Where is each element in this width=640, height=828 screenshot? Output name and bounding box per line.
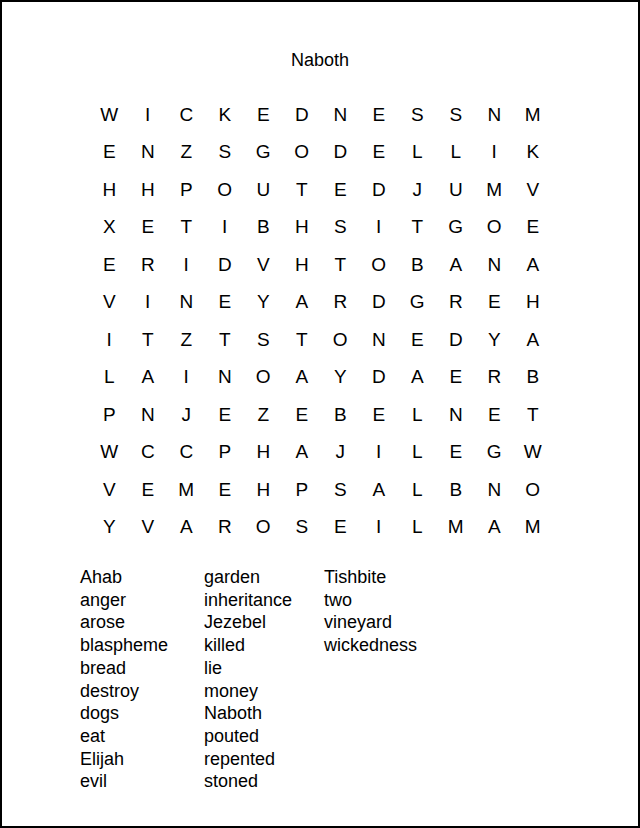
grid-cell-r11c9: L (398, 471, 437, 509)
grid-cell-r9c8: E (360, 396, 399, 434)
grid-cell-r3c1: H (90, 171, 129, 209)
grid-cell-r9c12: T (514, 396, 553, 434)
grid-cell-r1c12: M (514, 96, 553, 134)
grid-cell-r1c4: K (206, 96, 245, 134)
grid-cell-r8c6: A (283, 359, 322, 397)
grid-cell-r3c8: D (360, 171, 399, 209)
word-item: Naboth (204, 702, 292, 725)
word-item: dogs (80, 702, 168, 725)
word-item: killed (204, 634, 292, 657)
grid-cell-r5c8: O (360, 246, 399, 284)
grid-cell-r3c2: H (129, 171, 168, 209)
grid-cell-r9c2: N (129, 396, 168, 434)
grid-cell-r10c4: P (206, 434, 245, 472)
grid-cell-r8c7: Y (321, 359, 360, 397)
grid-cell-r7c10: D (437, 321, 476, 359)
grid-cell-r4c1: X (90, 209, 129, 247)
grid-cell-r6c12: H (514, 284, 553, 322)
grid-cell-r8c10: E (437, 359, 476, 397)
word-item: destroy (80, 680, 168, 703)
grid-cell-r2c9: L (398, 134, 437, 172)
grid-cell-r12c8: I (360, 509, 399, 547)
word-item: Jezebel (204, 611, 292, 634)
grid-cell-r6c9: G (398, 284, 437, 322)
grid-cell-r7c6: T (283, 321, 322, 359)
grid-cell-r8c4: N (206, 359, 245, 397)
word-column-2: gardeninheritanceJezebelkilledliemoneyNa… (204, 566, 292, 793)
grid-cell-r4c10: G (437, 209, 476, 247)
grid-cell-r6c4: E (206, 284, 245, 322)
grid-cell-r8c1: L (90, 359, 129, 397)
word-item: evil (80, 770, 168, 793)
grid-cell-r7c12: A (514, 321, 553, 359)
grid-cell-r10c2: C (129, 434, 168, 472)
grid-cell-r2c6: O (283, 134, 322, 172)
word-item: two (324, 589, 417, 612)
grid-cell-r1c5: E (244, 96, 283, 134)
grid-cell-r9c4: E (206, 396, 245, 434)
grid-cell-r12c11: A (475, 509, 514, 547)
grid-cell-r5c7: T (321, 246, 360, 284)
grid-cell-r4c12: E (514, 209, 553, 247)
grid-cell-r12c3: A (167, 509, 206, 547)
grid-cell-r9c11: E (475, 396, 514, 434)
grid-cell-r1c6: D (283, 96, 322, 134)
word-column-3: Tishbitetwovineyardwickedness (324, 566, 417, 657)
grid-cell-r10c7: J (321, 434, 360, 472)
grid-cell-r6c6: A (283, 284, 322, 322)
grid-cell-r2c3: Z (167, 134, 206, 172)
puzzle-title: Naboth (2, 50, 638, 71)
grid-cell-r5c4: D (206, 246, 245, 284)
grid-cell-r2c1: E (90, 134, 129, 172)
grid-cell-r11c3: M (167, 471, 206, 509)
grid-cell-r7c1: I (90, 321, 129, 359)
word-column-1: Ahabangeraroseblasphemebreaddestroydogse… (80, 566, 168, 793)
grid-cell-r6c2: I (129, 284, 168, 322)
grid-cell-r4c5: B (244, 209, 283, 247)
grid-cell-r12c12: M (514, 509, 553, 547)
puzzle-page: Naboth WICKEDNESSNMENZSGODELLIKHHPOUTEDJ… (0, 0, 640, 828)
grid-cell-r2c10: L (437, 134, 476, 172)
grid-cell-r3c7: E (321, 171, 360, 209)
grid-cell-r7c3: Z (167, 321, 206, 359)
grid-cell-r12c6: S (283, 509, 322, 547)
grid-cell-r5c3: I (167, 246, 206, 284)
grid-cell-r2c7: D (321, 134, 360, 172)
word-item: Tishbite (324, 566, 417, 589)
grid-cell-r5c9: B (398, 246, 437, 284)
grid-cell-r9c5: Z (244, 396, 283, 434)
grid-cell-r5c5: V (244, 246, 283, 284)
grid-cell-r9c10: N (437, 396, 476, 434)
grid-cell-r1c11: N (475, 96, 514, 134)
grid-cell-r12c9: L (398, 509, 437, 547)
grid-cell-r1c1: W (90, 96, 129, 134)
grid-cell-r11c1: V (90, 471, 129, 509)
grid-cell-r3c10: U (437, 171, 476, 209)
grid-cell-r1c10: S (437, 96, 476, 134)
grid-cell-r1c2: I (129, 96, 168, 134)
grid-cell-r2c4: S (206, 134, 245, 172)
grid-cell-r1c3: C (167, 96, 206, 134)
grid-cell-r11c8: A (360, 471, 399, 509)
grid-cell-r5c10: A (437, 246, 476, 284)
grid-cell-r6c8: D (360, 284, 399, 322)
grid-cell-r12c1: Y (90, 509, 129, 547)
grid-cell-r12c7: E (321, 509, 360, 547)
grid-cell-r10c8: I (360, 434, 399, 472)
grid-cell-r1c8: E (360, 96, 399, 134)
grid-cell-r7c8: N (360, 321, 399, 359)
grid-cell-r10c12: W (514, 434, 553, 472)
grid-cell-r11c6: P (283, 471, 322, 509)
grid-cell-r9c3: J (167, 396, 206, 434)
grid-cell-r1c9: S (398, 96, 437, 134)
word-item: stoned (204, 770, 292, 793)
grid-cell-r10c11: G (475, 434, 514, 472)
grid-cell-r7c5: S (244, 321, 283, 359)
grid-cell-r8c5: O (244, 359, 283, 397)
grid-cell-r11c2: E (129, 471, 168, 509)
grid-cell-r4c8: I (360, 209, 399, 247)
word-item: repented (204, 748, 292, 771)
grid-cell-r12c2: V (129, 509, 168, 547)
grid-cell-r8c8: D (360, 359, 399, 397)
grid-cell-r4c2: E (129, 209, 168, 247)
word-item: inheritance (204, 589, 292, 612)
grid-cell-r6c1: V (90, 284, 129, 322)
grid-cell-r6c10: R (437, 284, 476, 322)
grid-cell-r2c11: I (475, 134, 514, 172)
grid-cell-r3c4: O (206, 171, 245, 209)
grid-cell-r3c9: J (398, 171, 437, 209)
grid-cell-r4c11: O (475, 209, 514, 247)
grid-cell-r4c3: T (167, 209, 206, 247)
word-item: blaspheme (80, 634, 168, 657)
grid-cell-r3c12: V (514, 171, 553, 209)
word-item: eat (80, 725, 168, 748)
grid-cell-r7c7: O (321, 321, 360, 359)
grid-cell-r11c10: B (437, 471, 476, 509)
grid-cell-r2c12: K (514, 134, 553, 172)
grid-cell-r6c7: R (321, 284, 360, 322)
grid-cell-r6c3: N (167, 284, 206, 322)
grid-cell-r8c9: A (398, 359, 437, 397)
grid-cell-r8c3: I (167, 359, 206, 397)
grid-cell-r2c5: G (244, 134, 283, 172)
grid-cell-r7c2: T (129, 321, 168, 359)
word-item: Elijah (80, 748, 168, 771)
grid-cell-r5c6: H (283, 246, 322, 284)
grid-cell-r9c7: B (321, 396, 360, 434)
grid-cell-r2c8: E (360, 134, 399, 172)
grid-cell-r8c11: R (475, 359, 514, 397)
grid-cell-r12c10: M (437, 509, 476, 547)
word-item: Ahab (80, 566, 168, 589)
word-item: anger (80, 589, 168, 612)
grid-cell-r11c12: O (514, 471, 553, 509)
word-item: vineyard (324, 611, 417, 634)
grid-cell-r9c6: E (283, 396, 322, 434)
grid-cell-r4c6: H (283, 209, 322, 247)
grid-cell-r7c9: E (398, 321, 437, 359)
grid-cell-r11c4: E (206, 471, 245, 509)
grid-cell-r10c5: H (244, 434, 283, 472)
word-item: garden (204, 566, 292, 589)
grid-cell-r9c1: P (90, 396, 129, 434)
grid-cell-r3c3: P (167, 171, 206, 209)
grid-cell-r3c5: U (244, 171, 283, 209)
grid-cell-r5c1: E (90, 246, 129, 284)
grid-cell-r11c5: H (244, 471, 283, 509)
grid-cell-r10c9: L (398, 434, 437, 472)
grid-cell-r3c6: T (283, 171, 322, 209)
grid-cell-r5c2: R (129, 246, 168, 284)
word-item: arose (80, 611, 168, 634)
grid-cell-r12c4: R (206, 509, 245, 547)
grid-cell-r7c4: T (206, 321, 245, 359)
word-item: bread (80, 657, 168, 680)
grid-cell-r6c5: Y (244, 284, 283, 322)
grid-cell-r10c10: E (437, 434, 476, 472)
grid-cell-r5c11: N (475, 246, 514, 284)
grid-cell-r4c9: T (398, 209, 437, 247)
grid-cell-r8c12: B (514, 359, 553, 397)
word-item: pouted (204, 725, 292, 748)
grid-cell-r11c7: S (321, 471, 360, 509)
grid-cell-r5c12: A (514, 246, 553, 284)
grid-cell-r12c5: O (244, 509, 283, 547)
word-search-grid: WICKEDNESSNMENZSGODELLIKHHPOUTEDJUMVXETI… (90, 96, 552, 546)
word-item: wickedness (324, 634, 417, 657)
grid-cell-r3c11: M (475, 171, 514, 209)
grid-cell-r1c7: N (321, 96, 360, 134)
grid-cell-r7c11: Y (475, 321, 514, 359)
grid-cell-r2c2: N (129, 134, 168, 172)
grid-cell-r10c6: A (283, 434, 322, 472)
grid-cell-r10c1: W (90, 434, 129, 472)
grid-cell-r8c2: A (129, 359, 168, 397)
grid-cell-r11c11: N (475, 471, 514, 509)
grid-cell-r9c9: L (398, 396, 437, 434)
word-item: lie (204, 657, 292, 680)
word-item: money (204, 680, 292, 703)
grid-cell-r4c7: S (321, 209, 360, 247)
grid-cell-r4c4: I (206, 209, 245, 247)
grid-cell-r10c3: C (167, 434, 206, 472)
grid-cell-r6c11: E (475, 284, 514, 322)
